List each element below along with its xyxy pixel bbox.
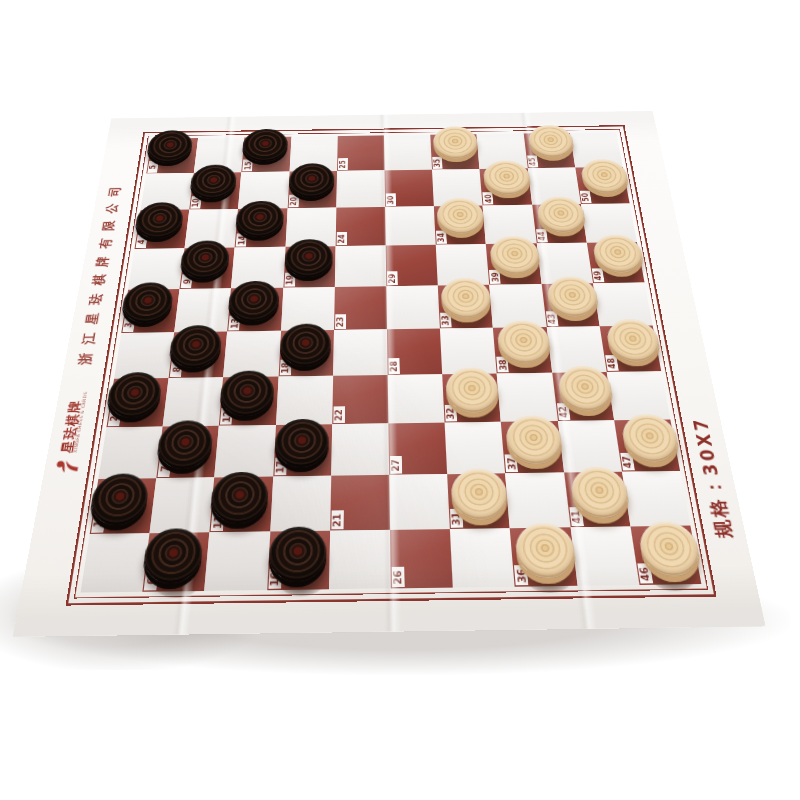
square-number-tag: 14: [236, 233, 247, 246]
square-number-tag: 24: [336, 232, 347, 245]
dark-square[interactable]: 18: [278, 330, 334, 376]
light-square: [335, 245, 387, 286]
dark-square[interactable]: 3: [121, 289, 179, 333]
square-number-tag: 22: [333, 406, 345, 423]
dark-square[interactable]: 42: [552, 372, 614, 421]
light-square: [506, 473, 571, 529]
light-square: [388, 374, 445, 423]
light-square: [570, 526, 639, 585]
square-number-tag: 50: [580, 191, 592, 204]
dark-square[interactable]: 4: [134, 210, 189, 249]
light-square: [331, 423, 389, 475]
dark-square[interactable]: 19: [283, 246, 335, 287]
dark-square[interactable]: 14: [235, 208, 287, 247]
black-man-piece[interactable]: [210, 472, 269, 524]
dark-square[interactable]: 35: [430, 134, 479, 169]
light-square: [384, 135, 432, 170]
light-square: [270, 476, 331, 532]
dark-square[interactable]: 34: [434, 205, 486, 244]
square-number-tag: 21: [331, 510, 344, 529]
dark-square[interactable]: 2: [106, 378, 168, 427]
dark-square[interactable]: 11: [210, 477, 273, 533]
dark-square[interactable]: 21: [330, 475, 390, 531]
black-man-piece[interactable]: [279, 323, 331, 366]
wooden-man-piece[interactable]: [545, 276, 600, 317]
dark-square[interactable]: 17: [273, 424, 332, 476]
dark-square[interactable]: 46: [630, 526, 701, 585]
brand-text-block: 星珐棋牌 XINGFA CHESS & CARDS: [59, 392, 89, 453]
board-grid: 5152535451020304050414243444919293949313…: [80, 132, 701, 592]
light-square: [150, 477, 215, 533]
light-square: [622, 471, 690, 527]
square-number-tag: 34: [436, 231, 447, 244]
dark-square[interactable]: 40: [480, 168, 532, 205]
dark-square[interactable]: 41: [564, 472, 631, 528]
light-square: [114, 332, 174, 379]
dark-square[interactable]: 49: [587, 242, 645, 283]
dark-square[interactable]: 30: [385, 170, 434, 207]
square-number-tag: 5: [147, 161, 159, 173]
dark-square[interactable]: 22: [332, 375, 388, 424]
dark-square[interactable]: 44: [532, 204, 587, 243]
square-number-tag: 49: [592, 268, 605, 282]
dark-square[interactable]: 13: [228, 288, 283, 332]
light-square: [445, 422, 506, 474]
product-photo-scene: 星珐棋牌 XINGFA CHESS & CARDS 浙江星珐棋牌有限公司 规格：…: [0, 0, 800, 800]
square-number-tag: 28: [388, 358, 400, 374]
dark-square[interactable]: 39: [486, 243, 541, 284]
black-man-piece[interactable]: [284, 239, 333, 278]
square-number-tag: 29: [387, 271, 398, 285]
dark-square[interactable]: 26: [390, 529, 453, 588]
light-square: [336, 170, 385, 207]
vinyl-draughts-mat: 星珐棋牌 XINGFA CHESS & CARDS 浙江星珐棋牌有限公司 规格：…: [13, 111, 766, 637]
black-man-piece[interactable]: [219, 370, 274, 416]
dark-square[interactable]: 37: [501, 421, 564, 473]
light-square: [386, 285, 440, 329]
dark-square[interactable]: 6: [143, 532, 210, 592]
dark-square[interactable]: 8: [169, 332, 228, 378]
light-square: [80, 533, 149, 593]
dark-square[interactable]: 27: [388, 423, 447, 475]
light-square: [98, 427, 162, 479]
square-number-tag: 27: [390, 456, 402, 474]
square-number-tag: 23: [335, 314, 346, 329]
dark-square[interactable]: 10: [189, 172, 241, 209]
logo-lead-spacer: [41, 474, 66, 612]
dark-square[interactable]: 29: [386, 245, 438, 286]
dark-square[interactable]: 32: [442, 373, 501, 422]
square-number-tag: 25: [338, 158, 348, 170]
square-number-tag: 39: [489, 270, 501, 284]
dark-square[interactable]: 23: [334, 286, 387, 330]
light-square: [163, 377, 224, 426]
square-number-tag: 15: [243, 159, 254, 171]
dark-square[interactable]: 15: [242, 137, 292, 172]
player-figure-emblem-icon: [52, 456, 81, 474]
dark-square[interactable]: 33: [438, 285, 493, 329]
square-number-tag: 44: [536, 229, 548, 242]
dark-square[interactable]: 43: [541, 283, 599, 327]
square-number-tag: 30: [386, 193, 396, 206]
light-square: [205, 531, 270, 590]
dark-square[interactable]: 12: [219, 376, 278, 425]
square-number-tag: 40: [483, 192, 494, 205]
dark-square[interactable]: 1: [90, 478, 157, 534]
dark-square[interactable]: 50: [575, 167, 630, 204]
dark-square[interactable]: 24: [335, 207, 385, 246]
light-square: [215, 425, 276, 477]
dark-square[interactable]: 47: [614, 419, 680, 471]
square-number-tag: 33: [440, 313, 452, 328]
light-square: [329, 530, 391, 589]
brand-logo: 星珐棋牌 XINGFA CHESS & CARDS: [52, 392, 92, 475]
dark-square[interactable]: 31: [447, 473, 510, 529]
square-number-tag: 35: [432, 157, 442, 169]
dark-square[interactable]: 48: [600, 326, 662, 372]
light-square: [276, 376, 333, 425]
light-square: [558, 420, 622, 472]
dark-square[interactable]: 7: [157, 426, 220, 478]
dark-square[interactable]: 20: [287, 171, 337, 208]
square-number-tag: 26: [392, 567, 405, 587]
square-number-tag: 20: [288, 195, 299, 208]
square-number-tag: 38: [497, 357, 510, 373]
square-number-tag: 19: [284, 273, 295, 287]
light-square: [607, 371, 671, 420]
dark-square[interactable]: 45: [523, 133, 575, 168]
square-number-tag: 10: [190, 196, 202, 209]
dark-square[interactable]: 5: [146, 138, 198, 173]
dark-square[interactable]: 36: [510, 527, 577, 586]
light-square: [389, 474, 450, 530]
dark-square[interactable]: 38: [493, 327, 552, 373]
dark-square[interactable]: 16: [267, 531, 330, 590]
light-square: [385, 206, 436, 245]
light-square: [450, 528, 515, 587]
light-square: [333, 329, 388, 375]
dark-square[interactable]: 28: [387, 329, 442, 375]
light-square: [497, 373, 557, 422]
board-inner-frame: 5152535451020304050414243444919293949313…: [74, 129, 709, 599]
board-outer-frame: 5152535451020304050414243444919293949313…: [66, 125, 717, 605]
dark-square[interactable]: 25: [337, 135, 385, 170]
dark-square[interactable]: 9: [180, 248, 235, 290]
